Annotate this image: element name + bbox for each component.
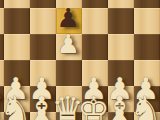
square-c6[interactable] — [30, 0, 56, 8]
square-d3[interactable] — [56, 60, 82, 86]
square-f4[interactable] — [108, 34, 134, 60]
chess-board: ♜♞♝♛♚♝♞♜♟♟♟♟♟♟♟♟♟♟♟♟♟♟♟♟♜♞♝♛♚♝♞♜ — [0, 0, 160, 120]
square-g5[interactable] — [134, 8, 160, 34]
square-f6[interactable] — [108, 0, 134, 8]
square-c5[interactable] — [30, 8, 56, 34]
square-e6[interactable] — [82, 0, 108, 8]
square-b5[interactable] — [4, 8, 30, 34]
white-pawn-d4[interactable]: ♟ — [56, 31, 79, 57]
black-pawn-d5[interactable]: ♟ — [56, 5, 79, 31]
square-g6[interactable] — [134, 0, 160, 8]
square-c4[interactable] — [30, 34, 56, 60]
white-rook-h1[interactable]: ♜ — [156, 92, 160, 120]
square-d4[interactable]: ♟ — [56, 34, 82, 60]
square-b4[interactable] — [4, 34, 30, 60]
square-g4[interactable] — [134, 34, 160, 60]
square-b6[interactable] — [4, 0, 30, 8]
square-e5[interactable] — [82, 8, 108, 34]
square-f5[interactable] — [108, 8, 134, 34]
square-e4[interactable] — [82, 34, 108, 60]
chess-app-screenshot: ♜♞♝♛♚♝♞♜♟♟♟♟♟♟♟♟♟♟♟♟♟♟♟♟♜♞♝♛♚♝♞♜ — [0, 0, 160, 120]
